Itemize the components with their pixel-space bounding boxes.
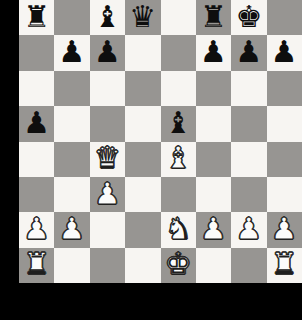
- square-c4[interactable]: ♛: [90, 142, 125, 177]
- board-frame: ♜♝♛♜♚♟♟♟♟♟♟♝♛♝♟♟♟♞♟♟♟♜♚♜: [0, 0, 302, 320]
- square-e5[interactable]: ♝: [161, 106, 196, 141]
- square-b5[interactable]: [54, 106, 89, 141]
- square-d3[interactable]: [125, 177, 160, 212]
- black-pawn[interactable]: ♟: [23, 108, 50, 138]
- square-f5[interactable]: [196, 106, 231, 141]
- square-e4[interactable]: ♝: [161, 142, 196, 177]
- black-queen[interactable]: ♛: [129, 2, 156, 32]
- square-g1[interactable]: [231, 248, 266, 283]
- square-h5[interactable]: [267, 106, 302, 141]
- square-d7[interactable]: [125, 35, 160, 70]
- square-a8[interactable]: ♜: [19, 0, 54, 35]
- square-d2[interactable]: [125, 212, 160, 247]
- square-c7[interactable]: ♟: [90, 35, 125, 70]
- square-a2[interactable]: ♟: [19, 212, 54, 247]
- square-c8[interactable]: ♝: [90, 0, 125, 35]
- white-pawn[interactable]: ♟: [94, 179, 121, 209]
- square-e6[interactable]: [161, 71, 196, 106]
- square-d6[interactable]: [125, 71, 160, 106]
- square-c1[interactable]: [90, 248, 125, 283]
- square-e1[interactable]: ♚: [161, 248, 196, 283]
- white-pawn[interactable]: ♟: [200, 214, 227, 244]
- black-bishop[interactable]: ♝: [165, 108, 192, 138]
- white-pawn[interactable]: ♟: [271, 214, 298, 244]
- white-pawn[interactable]: ♟: [59, 214, 86, 244]
- square-h6[interactable]: [267, 71, 302, 106]
- square-f6[interactable]: [196, 71, 231, 106]
- white-pawn[interactable]: ♟: [235, 214, 262, 244]
- square-e7[interactable]: [161, 35, 196, 70]
- square-a6[interactable]: [19, 71, 54, 106]
- square-a3[interactable]: [19, 177, 54, 212]
- square-a7[interactable]: [19, 35, 54, 70]
- square-c5[interactable]: [90, 106, 125, 141]
- square-a1[interactable]: ♜: [19, 248, 54, 283]
- square-a5[interactable]: ♟: [19, 106, 54, 141]
- square-d1[interactable]: [125, 248, 160, 283]
- square-d5[interactable]: [125, 106, 160, 141]
- square-f7[interactable]: ♟: [196, 35, 231, 70]
- square-b7[interactable]: ♟: [54, 35, 89, 70]
- black-rook[interactable]: ♜: [23, 2, 50, 32]
- white-rook[interactable]: ♜: [23, 249, 50, 279]
- black-pawn[interactable]: ♟: [235, 37, 262, 67]
- square-b2[interactable]: ♟: [54, 212, 89, 247]
- black-pawn[interactable]: ♟: [94, 37, 121, 67]
- square-d4[interactable]: [125, 142, 160, 177]
- square-g2[interactable]: ♟: [231, 212, 266, 247]
- white-knight[interactable]: ♞: [165, 214, 192, 244]
- square-e3[interactable]: [161, 177, 196, 212]
- white-bishop[interactable]: ♝: [165, 143, 192, 173]
- black-pawn[interactable]: ♟: [59, 37, 86, 67]
- square-h8[interactable]: [267, 0, 302, 35]
- black-bishop[interactable]: ♝: [94, 2, 121, 32]
- square-c2[interactable]: [90, 212, 125, 247]
- square-c6[interactable]: [90, 71, 125, 106]
- white-king[interactable]: ♚: [165, 249, 192, 279]
- square-e2[interactable]: ♞: [161, 212, 196, 247]
- square-b1[interactable]: [54, 248, 89, 283]
- square-g7[interactable]: ♟: [231, 35, 266, 70]
- square-f8[interactable]: ♜: [196, 0, 231, 35]
- square-g8[interactable]: ♚: [231, 0, 266, 35]
- square-h7[interactable]: ♟: [267, 35, 302, 70]
- square-g6[interactable]: [231, 71, 266, 106]
- black-pawn[interactable]: ♟: [271, 37, 298, 67]
- square-b6[interactable]: [54, 71, 89, 106]
- black-rook[interactable]: ♜: [200, 2, 227, 32]
- black-pawn[interactable]: ♟: [200, 37, 227, 67]
- chessboard[interactable]: ♜♝♛♜♚♟♟♟♟♟♟♝♛♝♟♟♟♞♟♟♟♜♚♜: [19, 0, 302, 283]
- square-c3[interactable]: ♟: [90, 177, 125, 212]
- square-g5[interactable]: [231, 106, 266, 141]
- square-h3[interactable]: [267, 177, 302, 212]
- square-a4[interactable]: [19, 142, 54, 177]
- square-f4[interactable]: [196, 142, 231, 177]
- square-h1[interactable]: ♜: [267, 248, 302, 283]
- white-rook[interactable]: ♜: [271, 249, 298, 279]
- square-h4[interactable]: [267, 142, 302, 177]
- square-f1[interactable]: [196, 248, 231, 283]
- white-pawn[interactable]: ♟: [23, 214, 50, 244]
- square-b4[interactable]: [54, 142, 89, 177]
- black-king[interactable]: ♚: [235, 2, 262, 32]
- square-e8[interactable]: [161, 0, 196, 35]
- white-queen[interactable]: ♛: [94, 143, 121, 173]
- square-b8[interactable]: [54, 0, 89, 35]
- square-g4[interactable]: [231, 142, 266, 177]
- square-h2[interactable]: ♟: [267, 212, 302, 247]
- square-f2[interactable]: ♟: [196, 212, 231, 247]
- square-b3[interactable]: [54, 177, 89, 212]
- square-d8[interactable]: ♛: [125, 0, 160, 35]
- square-g3[interactable]: [231, 177, 266, 212]
- square-f3[interactable]: [196, 177, 231, 212]
